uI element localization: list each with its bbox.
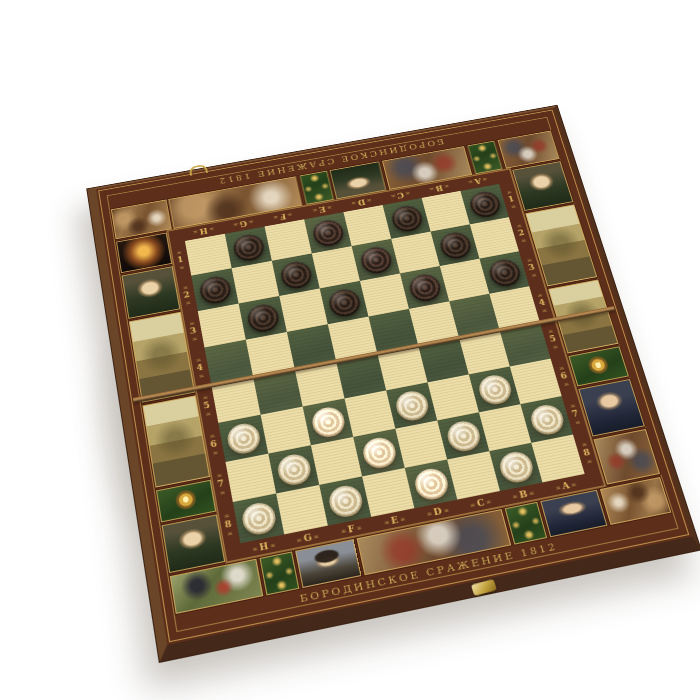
ornament-glyph: ж (575, 419, 581, 425)
panel-ornament-bottom-1 (259, 551, 299, 595)
coord-label-text: B (518, 489, 528, 500)
coord-label-text: 2 (517, 228, 525, 237)
ornament-glyph: ж (216, 472, 222, 479)
piece-light-C7[interactable] (444, 418, 482, 453)
piece-light-D8[interactable] (412, 466, 451, 502)
coord-label-text: C (476, 497, 486, 508)
ornament-glyph: ж (548, 328, 554, 334)
ornament-glyph: ж (248, 219, 253, 225)
ornament-glyph: ж (482, 177, 488, 182)
piece-light-H8[interactable] (240, 500, 278, 537)
square-H8[interactable] (233, 494, 284, 544)
panel-ornament-bottom-2 (505, 501, 547, 544)
ornament-glyph: ж (287, 212, 292, 218)
ornament-glyph: ж (351, 201, 356, 207)
coord-label-text: G (239, 219, 248, 228)
piece-light-E7[interactable] (360, 435, 398, 470)
coord-label-text: D (357, 198, 366, 207)
square-E7[interactable] (353, 429, 405, 477)
coord-label-text: 2 (183, 290, 191, 300)
panel-portrait-officer-left (161, 515, 225, 573)
panel-portrait-napoleon (512, 161, 573, 211)
piece-dark-B2[interactable] (437, 230, 473, 261)
coord-label-text: 5 (549, 334, 558, 344)
ornament-glyph: ж (429, 187, 435, 193)
piece-light-A7[interactable] (527, 402, 566, 436)
piece-dark-C3[interactable] (406, 272, 442, 304)
ornament-glyph: ж (511, 203, 517, 209)
piece-light-G7[interactable] (275, 452, 313, 488)
piece-light-H6[interactable] (225, 421, 262, 456)
ornament-glyph: ж (296, 536, 302, 543)
coord-label-text: 1 (177, 255, 185, 264)
ornament-glyph: ж (521, 237, 527, 243)
coord-label-text: 4 (538, 298, 546, 308)
ornament-glyph: ж (506, 189, 512, 195)
piece-light-B8[interactable] (496, 449, 535, 485)
ornament-glyph: ж (199, 372, 205, 378)
piece-dark-G3[interactable] (245, 302, 281, 334)
ornament-glyph: ж (400, 515, 406, 522)
panel-battle-right-corner (593, 429, 660, 484)
ornament-glyph: ж (570, 402, 576, 408)
coord-label-text: 6 (560, 371, 569, 381)
ornament-glyph: ж (426, 510, 432, 517)
ornament-glyph: ж (443, 507, 449, 514)
piece-dark-E1[interactable] (310, 217, 345, 248)
ornament-glyph: ж (570, 481, 576, 488)
ornament-glyph: ж (537, 292, 543, 298)
ornament-glyph: ж (212, 449, 218, 456)
piece-dark-D2[interactable] (358, 244, 394, 275)
coord-label-text: B (435, 184, 444, 193)
coord-label-text: 5 (203, 400, 211, 410)
ornament-glyph: ж (209, 227, 214, 233)
ornament-glyph: ж (558, 365, 564, 371)
panel-ornament-top-2 (467, 140, 503, 174)
ornament-glyph: ж (220, 489, 226, 496)
ornament-glyph: ж (176, 249, 181, 255)
coord-label-text: 1 (507, 195, 515, 204)
coord-label-text: D (433, 506, 443, 517)
square-E1[interactable] (304, 212, 352, 253)
piece-light-F8[interactable] (326, 483, 364, 519)
coord-label-text: 4 (196, 363, 204, 373)
ornament-glyph: ж (209, 432, 215, 438)
ornament-glyph: ж (390, 194, 395, 200)
ornament-glyph: ж (512, 493, 518, 500)
square-F6[interactable] (303, 399, 354, 446)
game-board: БОРОДИНСКОЕ СРАЖЕНИЕ 1812 БОРОДИНСКОЕ СР… (87, 106, 700, 662)
ornament-glyph: ж (531, 272, 537, 278)
piece-light-B6[interactable] (476, 372, 514, 406)
ornament-glyph: ж (581, 441, 587, 448)
ornament-glyph: ж (313, 533, 319, 540)
ornament-glyph: ж (528, 489, 534, 496)
piece-dark-G1[interactable] (231, 232, 266, 263)
piece-light-D6[interactable] (393, 388, 431, 422)
ornament-glyph: ж (270, 541, 276, 548)
ornament-glyph: ж (183, 284, 188, 290)
coord-label-text: E (318, 205, 326, 214)
ornament-glyph: ж (205, 410, 211, 416)
ornament-glyph: ж (526, 257, 532, 263)
ornament-glyph: ж (227, 530, 233, 537)
ornament-glyph: ж (486, 498, 492, 505)
ornament-glyph: ж (563, 381, 569, 387)
brass-clasp (471, 579, 497, 596)
ornament-glyph: ж (470, 501, 476, 508)
piece-dark-A1[interactable] (467, 189, 503, 219)
panel-portrait-kutuzov (121, 266, 180, 319)
piece-light-F6[interactable] (309, 405, 346, 440)
ornament-glyph: ж (179, 264, 184, 270)
ornament-glyph: ж (516, 223, 522, 229)
ornament-glyph: ж (468, 180, 474, 185)
ornament-glyph: ж (356, 524, 362, 531)
panel-ornament-top-1 (299, 170, 334, 204)
coord-label-text: C (396, 191, 405, 200)
ornament-glyph: ж (541, 307, 547, 313)
ornament-glyph: ж (384, 519, 390, 526)
coord-label-text: E (390, 515, 399, 526)
ornament-glyph: ж (202, 394, 208, 400)
ornament-glyph: ж (327, 205, 332, 211)
board-wrap: БОРОДИНСКОЕ СРАЖЕНИЕ 1812 БОРОДИНСКОЕ СР… (87, 108, 682, 645)
ornament-glyph: ж (340, 527, 346, 534)
ornament-glyph: ж (444, 184, 450, 189)
coord-label-text: F (279, 212, 287, 221)
ornament-glyph: ж (185, 299, 190, 305)
ornament-glyph: ж (196, 357, 202, 363)
ornament-glyph: ж (273, 215, 278, 221)
coord-label-text: 6 (210, 439, 218, 450)
ornament-glyph: ж (552, 344, 558, 350)
coord-label-text: 7 (571, 409, 580, 419)
piece-dark-F2[interactable] (278, 259, 313, 290)
ornament-glyph: ж (405, 191, 411, 197)
ornament-glyph: ж (312, 208, 317, 214)
ornament-glyph: ж (193, 230, 198, 236)
piece-dark-E3[interactable] (326, 287, 362, 319)
piece-dark-H2[interactable] (197, 274, 232, 306)
coord-label-text: 8 (582, 447, 591, 458)
coord-label-text: 3 (527, 263, 535, 272)
coord-label-text: H (199, 226, 209, 236)
ornament-glyph: ж (252, 545, 258, 552)
piece-dark-A3[interactable] (486, 257, 523, 288)
ornament-glyph: ж (233, 222, 238, 228)
scene: БОРОДИНСКОЕ СРАЖЕНИЕ 1812 БОРОДИНСКОЕ СР… (0, 0, 700, 700)
coord-label-text: F (347, 524, 356, 535)
coord-label-text: 3 (189, 326, 197, 336)
ornament-glyph: ж (192, 336, 197, 342)
coord-label-text: G (303, 532, 313, 543)
coord-label-text: 7 (217, 478, 225, 489)
coord-label-text: A (561, 480, 571, 491)
square-D2[interactable] (352, 239, 400, 281)
coord-label-text: H (258, 541, 269, 553)
ornament-glyph: ж (366, 198, 371, 204)
ornament-glyph: ж (224, 512, 230, 519)
ornament-glyph: ж (586, 458, 592, 465)
ornament-glyph: ж (555, 484, 561, 491)
piece-dark-C1[interactable] (389, 203, 424, 233)
coord-label-text: 8 (224, 519, 232, 530)
ornament-glyph: ж (189, 320, 194, 326)
